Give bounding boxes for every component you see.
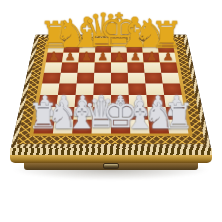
square-f4: [128, 83, 146, 94]
square-g6: [144, 62, 162, 72]
square-g4: [145, 83, 164, 94]
square-c4: [76, 83, 94, 94]
square-c5: [77, 73, 95, 84]
gold-pawn: ♟: [65, 51, 76, 63]
square-h8: ♜: [157, 44, 174, 53]
square-d7: ♟: [95, 53, 111, 63]
square-e1: ♚: [111, 120, 130, 134]
square-h3: [164, 95, 184, 107]
square-e6: [111, 62, 128, 72]
square-f3: [129, 95, 148, 107]
square-a4: [40, 83, 59, 94]
square-g8: ♞: [142, 44, 159, 53]
square-h7: ♟: [159, 53, 177, 63]
gold-pawn: ♟: [146, 51, 157, 63]
square-g5: [144, 73, 162, 84]
square-a7: ♟: [46, 53, 64, 63]
square-b8: ♞: [63, 44, 80, 53]
square-e7: ♟: [111, 53, 127, 63]
chess-board: ♜♞♝♛♚♝♞♜♟♟♟♟♟♟♟♟♟♟♟♟♟♟♟♟♜♞♝♛♚♝♞♜: [11, 35, 211, 148]
square-c3: [75, 95, 94, 107]
square-f8: ♝: [126, 44, 142, 53]
square-b4: [58, 83, 77, 94]
board-front-edge: [10, 155, 212, 163]
square-f6: [127, 62, 144, 72]
gold-pawn: ♟: [163, 51, 174, 63]
square-g1: ♞: [149, 120, 170, 134]
square-b7: ♟: [62, 53, 79, 63]
gold-pawn: ♟: [114, 51, 125, 63]
product-photo-stage: ♜♞♝♛♚♝♞♜♟♟♟♟♟♟♟♟♟♟♟♟♟♟♟♟♜♞♝♛♚♝♞♜: [0, 0, 222, 222]
square-d8: ♛: [95, 44, 111, 53]
square-f7: ♟: [127, 53, 144, 63]
square-b6: [61, 62, 79, 72]
square-b3: [56, 95, 75, 107]
square-g3: [146, 95, 165, 107]
gold-pawn: ♟: [81, 51, 92, 63]
square-d4: [93, 83, 111, 94]
square-c7: ♟: [78, 53, 95, 63]
square-h4: [163, 83, 182, 94]
square-c1: ♝: [72, 120, 92, 134]
gold-pawn: ♟: [130, 51, 141, 63]
square-a8: ♜: [47, 44, 64, 53]
chess-board-scene: ♜♞♝♛♚♝♞♜♟♟♟♟♟♟♟♟♟♟♟♟♟♟♟♟♜♞♝♛♚♝♞♜: [11, 0, 211, 148]
square-e5: [111, 73, 128, 84]
latch-clasp: [103, 163, 119, 169]
square-f1: ♝: [130, 120, 150, 134]
square-a5: [42, 73, 61, 84]
square-f5: [128, 73, 146, 84]
gold-pawn: ♟: [97, 51, 108, 63]
gold-pawn: ♟: [48, 51, 59, 63]
square-c8: ♝: [79, 44, 95, 53]
square-h6: [160, 62, 178, 72]
square-d5: [94, 73, 111, 84]
square-d3: [93, 95, 111, 107]
square-c6: [78, 62, 95, 72]
square-b5: [59, 73, 77, 84]
square-d6: [94, 62, 111, 72]
square-d1: ♛: [92, 120, 111, 134]
square-a1: ♜: [34, 120, 55, 134]
board-front-bevel-stripes: [10, 148, 212, 155]
square-e3: [111, 95, 129, 107]
square-a6: [44, 62, 62, 72]
square-b1: ♞: [53, 120, 74, 134]
board-squares: ♜♞♝♛♚♝♞♜♟♟♟♟♟♟♟♟♟♟♟♟♟♟♟♟♜♞♝♛♚♝♞♜: [34, 44, 189, 134]
square-h1: ♜: [167, 120, 188, 134]
square-a3: [38, 95, 58, 107]
square-h5: [161, 73, 180, 84]
square-e4: [111, 83, 129, 94]
square-g7: ♟: [143, 53, 160, 63]
square-e8: ♚: [111, 44, 127, 53]
